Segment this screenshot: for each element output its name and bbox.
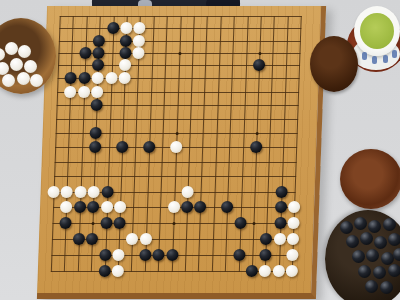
black-stone-in-bowl (340, 221, 353, 234)
black-stone (87, 201, 99, 213)
black-stone (274, 217, 286, 229)
board-grid-vline (198, 16, 208, 272)
black-stone-in-bowl (380, 281, 393, 294)
black-stone-in-bowl (352, 250, 365, 263)
white-stone (274, 233, 286, 245)
black-stone-bowl (325, 210, 400, 300)
go-board (37, 6, 326, 299)
white-stone (47, 186, 59, 198)
board-grid-vline (212, 16, 222, 272)
white-stone (286, 265, 298, 277)
board-grid-hline (55, 162, 297, 163)
white-stone (119, 59, 131, 71)
black-stone (86, 233, 98, 245)
black-stone (89, 141, 101, 153)
cup-blue-pattern (383, 55, 388, 63)
black-stone (73, 233, 85, 245)
black-stone (113, 217, 125, 229)
white-stone (167, 201, 179, 213)
white-stone (126, 233, 138, 245)
bowl-lid-lower (340, 149, 400, 209)
star-point (256, 132, 259, 135)
star-point (178, 52, 181, 55)
white-stone-in-bowl (18, 45, 31, 58)
white-stone (60, 201, 72, 213)
white-stone (181, 186, 193, 198)
white-stone (91, 86, 103, 98)
board-grid-vline (238, 16, 248, 272)
black-stone-in-bowl (373, 266, 386, 279)
cup-blue-pattern (392, 50, 397, 58)
white-stone (114, 201, 126, 213)
black-stone (221, 201, 233, 213)
white-stone (287, 233, 299, 245)
black-stone (98, 265, 110, 277)
white-stone (170, 141, 182, 153)
white-stone (105, 72, 117, 84)
black-stone (92, 59, 104, 71)
black-stone (120, 35, 132, 47)
black-stone-in-bowl (388, 264, 400, 277)
black-stone (119, 47, 131, 59)
black-stone (275, 186, 287, 198)
black-stone (60, 217, 72, 229)
black-stone (90, 127, 102, 139)
white-stone (133, 47, 145, 59)
black-stone (116, 141, 128, 153)
white-stone (140, 233, 152, 245)
black-stone (260, 249, 272, 261)
black-stone (79, 47, 91, 59)
cup-blue-pattern (372, 56, 377, 64)
star-point (252, 222, 255, 225)
white-stone (112, 249, 124, 261)
black-stone (99, 249, 111, 261)
black-stone-in-bowl (360, 232, 373, 245)
white-stone-in-bowl (5, 42, 18, 55)
white-stone (78, 86, 90, 98)
black-stone (74, 201, 86, 213)
white-stone (88, 186, 100, 198)
white-stone (259, 265, 271, 277)
photo-scene (0, 0, 400, 300)
black-stone (253, 59, 265, 71)
black-stone-in-bowl (374, 236, 387, 249)
white-stone-in-bowl (24, 60, 37, 73)
black-stone (194, 201, 206, 213)
black-stone (181, 201, 193, 213)
black-stone-in-bowl (368, 220, 381, 233)
black-stone (100, 217, 112, 229)
white-stone (120, 22, 132, 34)
board-grid-vline (64, 16, 74, 272)
black-stone (139, 249, 151, 261)
star-point (92, 222, 95, 225)
white-stone (118, 72, 130, 84)
white-stone (64, 86, 76, 98)
white-stone (92, 72, 104, 84)
black-stone (152, 249, 164, 261)
black-stone (91, 99, 103, 111)
board-grid-vline (185, 16, 195, 272)
white-stone (74, 186, 86, 198)
board-grid-vline (158, 16, 168, 272)
black-stone (92, 47, 104, 59)
black-stone (93, 35, 105, 47)
bowl-lid-upper (310, 36, 358, 92)
black-stone-in-bowl (383, 218, 396, 231)
black-stone-in-bowl (354, 217, 367, 230)
black-stone-in-bowl (365, 280, 378, 293)
white-stone (112, 265, 124, 277)
white-stone (134, 22, 146, 34)
black-stone (143, 141, 155, 153)
black-stone-in-bowl (388, 233, 400, 246)
black-stone (107, 22, 119, 34)
white-stone (288, 217, 300, 229)
board-grid-vline (104, 16, 114, 272)
white-stone (288, 201, 300, 213)
black-stone (246, 265, 258, 277)
black-stone (234, 217, 246, 229)
black-stone-in-bowl (346, 235, 359, 248)
board-grid-hline (54, 176, 296, 177)
white-stone (133, 35, 145, 47)
white-stone (286, 249, 298, 261)
black-stone (101, 186, 113, 198)
black-stone-in-bowl (366, 249, 379, 262)
white-stone (61, 186, 73, 198)
black-stone (65, 72, 77, 84)
white-stone-in-bowl (30, 74, 43, 87)
star-point (258, 52, 261, 55)
cup-blue-pattern (362, 52, 367, 60)
black-stone (78, 72, 90, 84)
white-stone-in-bowl (17, 72, 30, 85)
white-stone (100, 201, 112, 213)
star-point (175, 132, 178, 135)
black-stone (233, 249, 245, 261)
white-stone (272, 265, 284, 277)
black-stone-in-bowl (393, 248, 400, 261)
black-stone (260, 233, 272, 245)
board-grid-vline (225, 16, 235, 272)
star-point (172, 222, 175, 225)
black-stone (250, 141, 262, 153)
black-stone-in-bowl (358, 265, 371, 278)
white-stone-in-bowl (10, 58, 23, 71)
green-tea (360, 13, 394, 49)
black-stone (275, 201, 287, 213)
white-stone-in-bowl (2, 74, 15, 87)
black-stone (166, 249, 178, 261)
